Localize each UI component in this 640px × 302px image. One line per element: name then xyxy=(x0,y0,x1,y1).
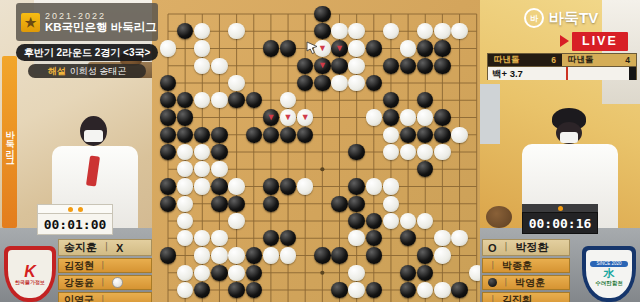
right-team-mark: 水 xyxy=(604,268,615,279)
star-point xyxy=(320,167,324,171)
black-stone xyxy=(314,75,330,91)
roster-player-name: 이영구 xyxy=(64,293,94,302)
roster-player-name: 강동윤 xyxy=(64,276,94,290)
baduktv-circle-icon: 바 xyxy=(524,8,544,28)
black-stone xyxy=(331,247,347,263)
roster-row: 이영구ㅣ xyxy=(58,292,152,302)
black-stone: ▼ xyxy=(314,58,330,74)
roster-row: 김정현ㅣ xyxy=(58,258,152,273)
mouse-cursor-icon xyxy=(306,41,319,55)
roster-row: 강동윤ㅣ xyxy=(58,275,152,290)
black-stone xyxy=(246,127,262,143)
captured-right-value: 4 xyxy=(625,55,630,65)
black-stone xyxy=(434,109,450,125)
white-stone xyxy=(348,265,364,281)
black-stone xyxy=(400,265,416,281)
white-stone xyxy=(211,161,227,177)
black-stone xyxy=(366,40,382,56)
last-move-triangle-marker: ▼ xyxy=(335,44,344,53)
black-stone xyxy=(314,23,330,39)
white-stone xyxy=(348,282,364,298)
last-move-triangle-marker: ▼ xyxy=(266,113,275,122)
go-board: ▼▼▼▼▼▼ xyxy=(152,0,480,302)
eval-bar: 백+ 3.7 xyxy=(488,66,636,80)
white-stone xyxy=(297,178,313,194)
league-title: KB국민은행 바둑리그 xyxy=(45,21,157,34)
white-stone xyxy=(434,144,450,160)
white-stone xyxy=(331,23,347,39)
black-stone xyxy=(366,75,382,91)
white-stone xyxy=(211,230,227,246)
commentary-bar: 해설 이희성 송태곤 xyxy=(28,64,146,78)
white-stone xyxy=(348,58,364,74)
white-stone xyxy=(228,265,244,281)
byoyomi-dot xyxy=(78,207,83,212)
black-stone xyxy=(263,127,279,143)
black-stone xyxy=(280,178,296,194)
last-move-triangle-marker: ▼ xyxy=(301,113,310,122)
baduktv-wordmark: 바둑TV xyxy=(549,9,598,28)
black-stone xyxy=(366,282,382,298)
white-stone xyxy=(348,75,364,91)
right-player-clock: 00:00:16 xyxy=(522,204,598,234)
black-stone xyxy=(400,58,416,74)
black-stone-icon xyxy=(488,278,497,287)
white-stone xyxy=(434,282,450,298)
white-stone xyxy=(280,247,296,263)
commentary-label: 해설 xyxy=(48,65,66,78)
black-stone: ▼ xyxy=(263,109,279,125)
white-stone xyxy=(417,109,433,125)
black-stone xyxy=(177,109,193,125)
right-byoyomi-dots xyxy=(522,204,598,212)
live-indicator: LIVE xyxy=(560,31,638,51)
black-stone xyxy=(160,196,176,212)
captured-left-label: 따낸돌 xyxy=(494,54,520,66)
white-stone: ▼ xyxy=(297,109,313,125)
byoyomi-dot xyxy=(68,207,73,212)
black-stone xyxy=(366,213,382,229)
roster-row: ㅣ박종훈 xyxy=(482,258,570,273)
left-team-roster: 김정현ㅣ강동윤ㅣ이영구ㅣ xyxy=(58,258,152,302)
white-stone xyxy=(263,247,279,263)
eval-black-segment xyxy=(629,67,636,80)
right-player-name: 박정환 xyxy=(516,240,549,255)
star-point xyxy=(320,271,324,275)
white-stone xyxy=(177,178,193,194)
white-stone xyxy=(383,127,399,143)
play-triangle-icon xyxy=(560,35,569,47)
white-stone xyxy=(451,23,467,39)
right-team-roster: ㅣ박종훈ㅣ박영훈ㅣ김진휘 xyxy=(482,258,570,302)
right-player-nameplate: O ㅣ 박정환 xyxy=(482,239,570,256)
black-stone xyxy=(211,178,227,194)
kb-star-icon: ★ xyxy=(21,13,40,32)
black-stone xyxy=(211,196,227,212)
league-logo-panel: ★ 2021-2022 KB국민은행 바둑리그 xyxy=(16,3,158,41)
season-label: 2021-2022 xyxy=(45,11,157,21)
roster-row: ㅣ김진휘 xyxy=(482,292,570,302)
white-stone xyxy=(434,247,450,263)
divider: ㅣ xyxy=(98,293,108,302)
left-team-name: 한국물가정보 xyxy=(15,279,45,285)
white-stone xyxy=(194,247,210,263)
last-move-triangle-marker: ▼ xyxy=(284,113,293,122)
black-stone xyxy=(314,247,330,263)
divider: ㅣ xyxy=(501,276,511,290)
white-stone xyxy=(451,127,467,143)
black-stone xyxy=(211,265,227,281)
black-stone xyxy=(383,109,399,125)
commentator-names: 이희성 송태곤 xyxy=(70,65,127,78)
white-stone xyxy=(228,213,244,229)
left-player-mask xyxy=(84,130,103,142)
white-stone xyxy=(434,230,450,246)
last-move-triangle-marker: ▼ xyxy=(318,44,327,53)
studio-edge xyxy=(480,84,500,144)
roster-row: ㅣ박영훈 xyxy=(482,275,570,290)
broadcast-frame: 바둑리그 ▼▼▼▼▼▼ ★ 2021-2022 KB국민은행 바둑리그 후반기 … xyxy=(0,0,640,302)
roster-player-name: 김진휘 xyxy=(502,293,532,302)
black-stone xyxy=(246,247,262,263)
eval-label: 백+ 3.7 xyxy=(492,67,523,80)
black-stone xyxy=(228,92,244,108)
right-team-name: 수려한합천 xyxy=(595,280,623,287)
black-stone xyxy=(314,6,330,22)
divider: ㅣ xyxy=(488,259,498,273)
black-stone xyxy=(160,178,176,194)
black-stone xyxy=(228,282,244,298)
black-stone xyxy=(451,282,467,298)
black-stone xyxy=(366,247,382,263)
white-stone xyxy=(400,40,416,56)
divider: ㅣ xyxy=(488,293,498,302)
white-stone xyxy=(400,109,416,125)
black-stone xyxy=(211,127,227,143)
black-stone xyxy=(383,58,399,74)
white-stone xyxy=(211,247,227,263)
black-stone xyxy=(348,178,364,194)
white-stone xyxy=(383,196,399,212)
broadcaster-logo: 바 바둑TV xyxy=(524,6,636,30)
black-stone xyxy=(160,127,176,143)
black-stone xyxy=(263,196,279,212)
white-stone xyxy=(194,178,210,194)
black-stone xyxy=(246,282,262,298)
captured-stones-left: 따낸돌 6 xyxy=(488,54,562,66)
black-stone xyxy=(434,58,450,74)
black-stone xyxy=(331,196,347,212)
captured-left-value: 6 xyxy=(551,55,556,65)
right-player-mark: O xyxy=(488,242,497,254)
side-banner: 바둑리그 xyxy=(2,56,17,228)
white-stone xyxy=(211,92,227,108)
white-stone: ▼ xyxy=(280,109,296,125)
last-move-triangle-marker: ▼ xyxy=(318,61,327,70)
left-player-name: 송지훈 xyxy=(64,240,97,255)
left-player-clock: 00:01:00 xyxy=(37,204,113,235)
white-stone xyxy=(228,75,244,91)
captured-stones-right: 따낸돌 4 xyxy=(562,54,636,66)
black-stone xyxy=(348,144,364,160)
left-player-mark: X xyxy=(116,242,123,254)
black-stone xyxy=(160,109,176,125)
white-stone xyxy=(228,23,244,39)
white-stone xyxy=(348,40,364,56)
white-stone xyxy=(228,247,244,263)
eval-divider xyxy=(566,67,568,80)
white-stone xyxy=(451,230,467,246)
divider: ㅣ xyxy=(98,276,108,290)
black-stone xyxy=(228,196,244,212)
black-stone xyxy=(417,247,433,263)
black-stone xyxy=(348,213,364,229)
white-stone-icon xyxy=(112,277,123,288)
black-stone xyxy=(263,178,279,194)
black-stone xyxy=(160,247,176,263)
roster-player-name: 김정현 xyxy=(64,259,94,273)
left-clock-time: 00:01:00 xyxy=(37,213,113,235)
black-stone xyxy=(280,127,296,143)
white-stone xyxy=(160,40,176,56)
divider: ㅣ xyxy=(501,240,512,255)
right-clock-time: 00:00:16 xyxy=(522,212,598,234)
black-stone xyxy=(434,127,450,143)
ai-score-panel: 따낸돌 6 따낸돌 4 백+ 3.7 xyxy=(487,53,637,80)
left-byoyomi-dots xyxy=(37,204,113,213)
black-stone xyxy=(246,265,262,281)
roster-player-name: 박종훈 xyxy=(502,259,532,273)
black-stone xyxy=(348,196,364,212)
black-stone: ▼ xyxy=(331,40,347,56)
divider: ㅣ xyxy=(98,259,108,273)
white-stone xyxy=(211,58,227,74)
black-stone xyxy=(331,58,347,74)
white-stone xyxy=(434,23,450,39)
captured-right-label: 따낸돌 xyxy=(568,54,594,66)
white-stone xyxy=(331,75,347,91)
black-stone xyxy=(417,40,433,56)
divider: ㅣ xyxy=(101,240,112,255)
right-player-mask xyxy=(560,132,578,143)
live-badge: LIVE xyxy=(572,32,628,51)
black-stone xyxy=(434,40,450,56)
white-stone xyxy=(469,265,481,281)
black-stone xyxy=(280,40,296,56)
black-stone xyxy=(400,127,416,143)
white-stone xyxy=(194,40,210,56)
left-player-nameplate: 송지훈 ㅣ X xyxy=(58,239,152,256)
black-stone xyxy=(331,282,347,298)
left-team-initial: K xyxy=(24,264,36,279)
black-stone xyxy=(211,144,227,160)
byoyomi-dot xyxy=(558,206,563,211)
white-stone xyxy=(366,109,382,125)
white-stone xyxy=(228,178,244,194)
white-stone xyxy=(383,178,399,194)
round-info-bar: 후반기 2라운드 2경기 <3국> xyxy=(16,44,158,61)
roster-player-name: 박영훈 xyxy=(515,276,545,290)
black-stone xyxy=(263,40,279,56)
go-bowl-right xyxy=(486,206,512,228)
white-stone xyxy=(366,178,382,194)
